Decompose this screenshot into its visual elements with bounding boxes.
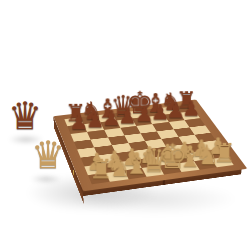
off-board-dark-queen: ♛ xyxy=(8,99,42,133)
piece-dark-pawn: ♟ xyxy=(118,107,137,126)
square-a1: ♜ xyxy=(88,173,110,185)
stage: ♜♞♝♛♚♝♞♜♟♟♟♟♟♟♟♟♟♟♟♟♟♟♟♟♜♞♝♛♚♝♞♜ ♛ ♛ xyxy=(0,0,250,250)
piece-dark-pawn: ♟ xyxy=(69,113,88,132)
brass-hinge xyxy=(73,169,74,176)
piece-light-rook: ♜ xyxy=(88,158,112,182)
off-board-light-queen: ♛ xyxy=(31,138,65,172)
piece-dark-pawn: ♟ xyxy=(134,105,153,124)
board-grid: ♜♞♝♛♚♝♞♜♟♟♟♟♟♟♟♟♟♟♟♟♟♟♟♟♜♞♝♛♚♝♞♜ xyxy=(64,104,233,184)
chess-board: ♜♞♝♛♚♝♞♜♟♟♟♟♟♟♟♟♟♟♟♟♟♟♟♟♜♞♝♛♚♝♞♜ xyxy=(53,100,247,192)
